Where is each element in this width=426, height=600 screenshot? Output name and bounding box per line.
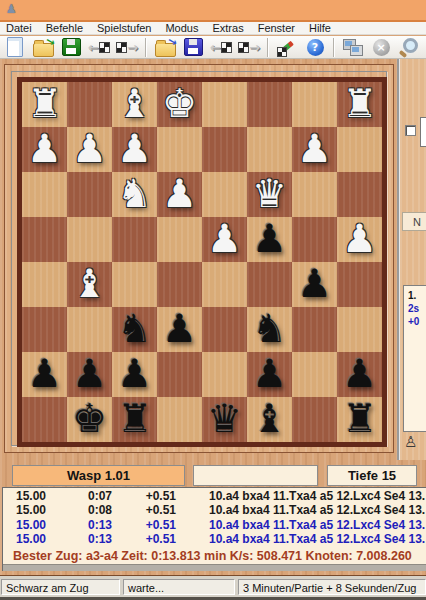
black-queen-d8[interactable]: ♛ [202, 397, 247, 442]
square-c3[interactable]: ♛ [247, 172, 292, 217]
right-panel-n-header[interactable]: N [402, 212, 426, 231]
white-rook-a1[interactable]: ♜ [337, 82, 382, 127]
black-pawn-b5[interactable]: ♟ [292, 262, 337, 307]
right-panel-checkbox[interactable] [405, 125, 416, 136]
square-g4[interactable] [67, 217, 112, 262]
square-f7[interactable]: ♟ [112, 352, 157, 397]
engine-analysis-panel: 15.000:07+0.5110.a4 bxa4 11.Txa4 a5 12.L… [2, 487, 426, 571]
analysis-scrollbar[interactable] [3, 564, 426, 571]
square-g1[interactable] [67, 82, 112, 127]
help-icon[interactable]: ? [303, 37, 327, 58]
open-file-blue-icon[interactable]: → [153, 37, 177, 58]
square-a7[interactable]: ♟ [337, 352, 382, 397]
square-h3[interactable] [22, 172, 67, 217]
black-pawn-h7[interactable]: ♟ [22, 352, 67, 397]
title-bar[interactable]: ♟ [0, 0, 426, 22]
engine-middle-box [193, 465, 318, 486]
square-b1[interactable] [292, 82, 337, 127]
open-file-green-icon[interactable]: → [31, 37, 55, 58]
new-file-icon[interactable] [3, 37, 27, 58]
menu-item-extras[interactable]: Extras [212, 22, 243, 34]
import-position-icon[interactable]: ← [87, 37, 111, 58]
square-b2[interactable]: ♟ [292, 127, 337, 172]
square-d8[interactable]: ♛ [202, 397, 247, 442]
analysis-row-1[interactable]: 15.000:07+0.5110.a4 bxa4 11.Txa4 a5 12.L… [3, 489, 426, 503]
square-b4[interactable] [292, 217, 337, 262]
square-h8[interactable] [22, 397, 67, 442]
square-e5[interactable] [157, 262, 202, 307]
square-f5[interactable] [112, 262, 157, 307]
stop-icon[interactable]: × [369, 37, 393, 58]
square-d6[interactable] [202, 307, 247, 352]
square-h1[interactable]: ♜ [22, 82, 67, 127]
engine-name-box[interactable]: Wasp 1.01 [12, 465, 185, 486]
square-f8[interactable]: ♜ [112, 397, 157, 442]
square-a6[interactable] [337, 307, 382, 352]
square-d1[interactable] [202, 82, 247, 127]
white-pawn-g2[interactable]: ♟ [67, 127, 112, 172]
magnifier-icon[interactable] [397, 37, 421, 58]
analysis-pv-value: 10.a4 bxa4 11.Txa4 a5 12.Lxc4 Se4 13. [176, 489, 425, 503]
square-f6[interactable]: ♞ [112, 307, 157, 352]
square-d5[interactable] [202, 262, 247, 307]
square-c4[interactable]: ♟ [247, 217, 292, 262]
analysis-eval-value: +0.51 [112, 503, 176, 517]
engine-computers-icon[interactable] [341, 37, 365, 58]
save-file-green-icon[interactable] [59, 37, 83, 58]
square-e4[interactable] [157, 217, 202, 262]
square-g8[interactable]: ♚ [67, 397, 112, 442]
black-pawn-c4[interactable]: ♟ [247, 217, 292, 262]
chess-board-frame: ♜♝♚♜♟♟♟♟♞♟♛♟♟♟♝♟♞♟♞♟♟♟♟♟♚♜♛♝♜ [4, 64, 394, 453]
right-panel-move-list[interactable]: 1.2s+0 [403, 285, 426, 432]
square-b8[interactable] [292, 397, 337, 442]
white-knight-f3[interactable]: ♞ [112, 172, 157, 217]
menu-item-fenster[interactable]: Fenster [258, 22, 295, 34]
analysis-eval-value: +0.51 [112, 532, 176, 546]
black-pawn-g7[interactable]: ♟ [67, 352, 112, 397]
status-pane-1: Schwarz am Zug [1, 579, 120, 595]
black-knight-c6[interactable]: ♞ [247, 307, 292, 352]
right-panel-list-item-2: 2s [408, 302, 426, 315]
status-pane-3: 3 Minuten/Partie + 8 Sekunden/Zug [238, 579, 426, 595]
black-pawn-c7[interactable]: ♟ [247, 352, 292, 397]
app-icon: ♟ [6, 2, 17, 16]
white-pawn-a4[interactable]: ♟ [337, 217, 382, 262]
menu-bar: DateiBefehleSpielstufenModusExtrasFenste… [0, 22, 426, 35]
menu-item-befehle[interactable]: Befehle [46, 22, 83, 34]
white-king-e1[interactable]: ♚ [157, 82, 202, 127]
toolbar-separator [333, 38, 335, 57]
square-h6[interactable] [22, 307, 67, 352]
analysis-pv-value: 10.a4 bxa4 11.Txa4 a5 12.Lxc4 Se4 13. [176, 518, 425, 532]
square-g2[interactable]: ♟ [67, 127, 112, 172]
export-game-icon[interactable]: → [237, 37, 261, 58]
right-panel-textbox-edge[interactable] [420, 117, 426, 147]
square-d4[interactable]: ♟ [202, 217, 247, 262]
square-c6[interactable]: ♞ [247, 307, 292, 352]
black-pawn-a7[interactable]: ♟ [337, 352, 382, 397]
analysis-time-value: 0:13 [62, 518, 112, 532]
square-e6[interactable]: ♟ [157, 307, 202, 352]
edit-position-icon[interactable] [275, 37, 299, 58]
white-pawn-f2[interactable]: ♟ [112, 127, 157, 172]
square-c1[interactable] [247, 82, 292, 127]
export-position-icon[interactable]: → [115, 37, 139, 58]
main-area: ♜♝♚♜♟♟♟♟♞♟♛♟♟♟♝♟♞♟♞♟♟♟♟♟♚♜♛♝♜ N 1.2s+0 ♙… [0, 59, 426, 575]
square-g6[interactable] [67, 307, 112, 352]
black-pawn-e6[interactable]: ♟ [157, 307, 202, 352]
square-f4[interactable] [112, 217, 157, 262]
analysis-row-4[interactable]: 15.000:13+0.5110.a4 bxa4 11.Txa4 a5 12.L… [3, 532, 426, 546]
status-bar: Schwarz am Zugwarte...3 Minuten/Partie +… [0, 575, 426, 597]
square-f2[interactable]: ♟ [112, 127, 157, 172]
analysis-depth-value: 15.00 [3, 532, 62, 546]
square-e8[interactable] [157, 397, 202, 442]
black-rook-a8[interactable]: ♜ [337, 397, 382, 442]
square-a2[interactable] [337, 127, 382, 172]
square-h4[interactable] [22, 217, 67, 262]
analysis-eval-value: +0.51 [112, 489, 176, 503]
white-rook-h1[interactable]: ♜ [22, 82, 67, 127]
menu-item-modus[interactable]: Modus [165, 22, 198, 34]
square-a4[interactable]: ♟ [337, 217, 382, 262]
square-f1[interactable]: ♝ [112, 82, 157, 127]
white-pawn-h2[interactable]: ♟ [22, 127, 67, 172]
analysis-rows: 15.000:07+0.5110.a4 bxa4 11.Txa4 a5 12.L… [3, 489, 426, 547]
square-b7[interactable] [292, 352, 337, 397]
square-h5[interactable] [22, 262, 67, 307]
menu-item-hilfe[interactable]: Hilfe [309, 22, 331, 34]
square-b6[interactable] [292, 307, 337, 352]
square-h7[interactable]: ♟ [22, 352, 67, 397]
white-pawn-e3[interactable]: ♟ [157, 172, 202, 217]
square-e3[interactable]: ♟ [157, 172, 202, 217]
white-pawn-b2[interactable]: ♟ [292, 127, 337, 172]
square-b5[interactable]: ♟ [292, 262, 337, 307]
white-bishop-f1[interactable]: ♝ [112, 82, 157, 127]
analysis-time-value: 0:08 [62, 503, 112, 517]
square-a5[interactable] [337, 262, 382, 307]
menu-item-spielstufen[interactable]: Spielstufen [97, 22, 151, 34]
engine-depth-box: Tiefe 15 [327, 465, 417, 486]
square-e2[interactable] [157, 127, 202, 172]
square-c7[interactable]: ♟ [247, 352, 292, 397]
toolbar-separator [267, 38, 269, 57]
square-d3[interactable] [202, 172, 247, 217]
white-queen-c3[interactable]: ♛ [247, 172, 292, 217]
right-panel-list-item-3: +0 [408, 315, 426, 328]
black-rook-f8[interactable]: ♜ [112, 397, 157, 442]
square-d2[interactable] [202, 127, 247, 172]
toolbar: →←→→←→?×↑↓↗ [0, 36, 426, 59]
square-g7[interactable]: ♟ [67, 352, 112, 397]
analysis-pv-value: 10.a4 bxa4 11.Txa4 a5 12.Lxc4 Se4 13. [176, 503, 425, 517]
toolbar-separator [145, 38, 147, 57]
black-bishop-c8[interactable]: ♝ [247, 397, 292, 442]
analysis-time-value: 0:07 [62, 489, 112, 503]
white-bishop-g5[interactable]: ♝ [67, 262, 112, 307]
square-d7[interactable] [202, 352, 247, 397]
square-h2[interactable]: ♟ [22, 127, 67, 172]
status-pane-2: warte... [123, 579, 235, 595]
square-c2[interactable] [247, 127, 292, 172]
analysis-eval-value: +0.51 [112, 518, 176, 532]
square-a8[interactable]: ♜ [337, 397, 382, 442]
black-pawn-f7[interactable]: ♟ [112, 352, 157, 397]
right-panel-sliver: N 1.2s+0 ♙ [400, 59, 426, 460]
square-a1[interactable]: ♜ [337, 82, 382, 127]
square-g3[interactable] [67, 172, 112, 217]
analysis-depth-value: 15.00 [3, 489, 62, 503]
pawn-status-icon: ♙ [404, 433, 417, 451]
menu-item-datei[interactable]: Datei [6, 22, 32, 34]
chess-app-window: ♟ DateiBefehleSpielstufenModusExtrasFens… [0, 0, 426, 600]
analysis-pv-value: 10.a4 bxa4 11.Txa4 a5 12.Lxc4 Se4 13. [176, 532, 425, 546]
square-f3[interactable]: ♞ [112, 172, 157, 217]
square-c5[interactable] [247, 262, 292, 307]
import-game-icon[interactable]: ← [209, 37, 233, 58]
best-move-line: Bester Zug: a3-a4 Zeit: 0:13.813 min K/s… [3, 549, 426, 563]
analysis-time-value: 0:13 [62, 532, 112, 546]
analysis-row-3[interactable]: 15.000:13+0.5110.a4 bxa4 11.Txa4 a5 12.L… [3, 518, 426, 532]
chess-board: ♜♝♚♜♟♟♟♟♞♟♛♟♟♟♝♟♞♟♞♟♟♟♟♟♚♜♛♝♜ [17, 77, 387, 447]
square-e1[interactable]: ♚ [157, 82, 202, 127]
square-b3[interactable] [292, 172, 337, 217]
right-panel-list-item-1: 1. [408, 289, 426, 302]
square-a3[interactable] [337, 172, 382, 217]
square-e7[interactable] [157, 352, 202, 397]
analysis-depth-value: 15.00 [3, 503, 62, 517]
black-king-g8[interactable]: ♚ [67, 397, 112, 442]
analysis-depth-value: 15.00 [3, 518, 62, 532]
white-pawn-d4[interactable]: ♟ [202, 217, 247, 262]
square-c8[interactable]: ♝ [247, 397, 292, 442]
square-g5[interactable]: ♝ [67, 262, 112, 307]
board-grid: ♜♝♚♜♟♟♟♟♞♟♛♟♟♟♝♟♞♟♞♟♟♟♟♟♚♜♛♝♜ [22, 82, 382, 442]
save-file-blue-icon[interactable] [181, 37, 205, 58]
analysis-row-2[interactable]: 15.000:08+0.5110.a4 bxa4 11.Txa4 a5 12.L… [3, 503, 426, 517]
black-knight-f6[interactable]: ♞ [112, 307, 157, 352]
